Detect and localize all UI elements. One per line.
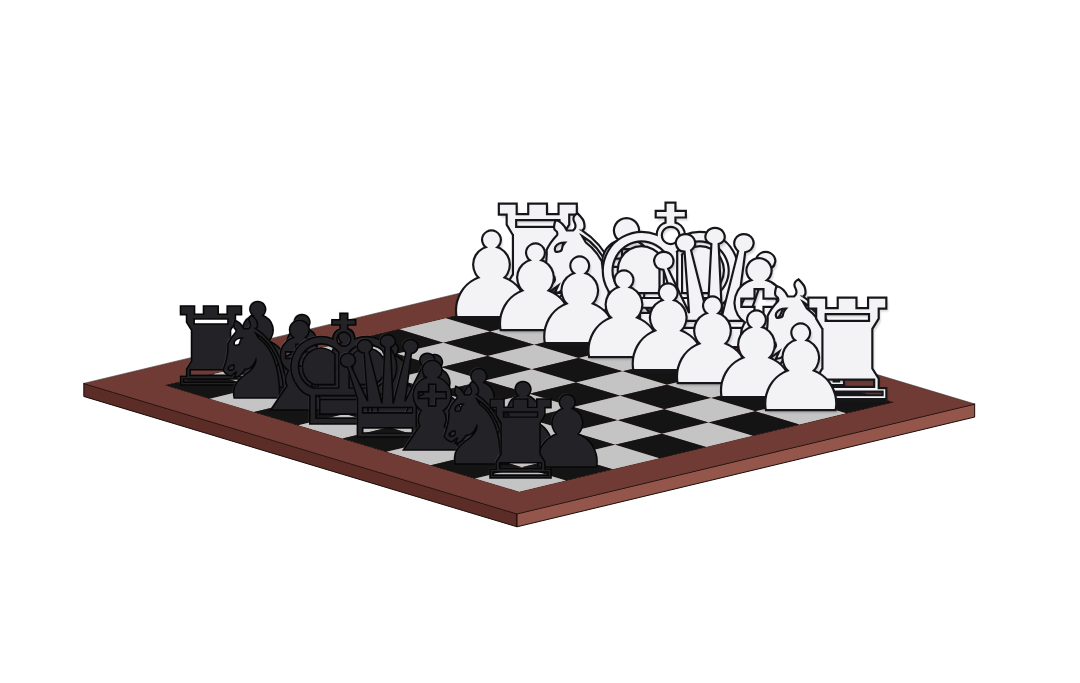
- piece-white-pawn-a2[interactable]: ♟: [748, 310, 854, 429]
- piece-black-rook-a8[interactable]: ♜: [472, 386, 569, 494]
- cad-render-canvas: ♜♞♝♛♚♝♞♜♟♟♟♟♟♟♟♟♟♟♟♟♟♟♟♟♜♞♝♛♚♝♞♜: [0, 0, 1080, 683]
